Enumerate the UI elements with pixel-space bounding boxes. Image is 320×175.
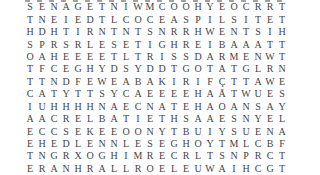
grid-cell[interactable]: H [48, 51, 60, 63]
grid-cell[interactable]: A [252, 38, 264, 50]
grid-cell[interactable]: T [132, 38, 144, 50]
grid-cell[interactable]: R [180, 38, 192, 50]
grid-cell[interactable]: H [108, 150, 120, 162]
grid-cell[interactable]: G [96, 150, 108, 162]
grid-cell[interactable]: S [252, 26, 264, 38]
grid-cell[interactable]: A [204, 88, 216, 100]
grid-cell[interactable]: N [108, 138, 120, 150]
grid-cell[interactable]: G [168, 138, 180, 150]
grid-cell[interactable]: F [36, 63, 48, 75]
grid-cell[interactable]: A [216, 163, 228, 175]
grid-cell[interactable]: L [252, 63, 264, 75]
grid-cell[interactable]: C [132, 101, 144, 113]
grid-cell[interactable]: C [120, 88, 132, 100]
grid-cell[interactable]: D [84, 13, 96, 25]
grid-cell[interactable]: I [60, 13, 72, 25]
grid-cell[interactable]: C [24, 88, 36, 100]
grid-cell[interactable]: I [204, 125, 216, 137]
grid-cell[interactable]: Y [60, 88, 72, 100]
grid-cell[interactable]: E [24, 125, 36, 137]
grid-cell[interactable]: D [144, 63, 156, 75]
grid-cell[interactable]: E [72, 51, 84, 63]
grid-cell[interactable]: U [36, 101, 48, 113]
grid-cell[interactable]: C [264, 150, 276, 162]
grid-cell[interactable]: L [216, 13, 228, 25]
grid-cell[interactable]: Y [132, 63, 144, 75]
grid-cell[interactable]: F [72, 76, 84, 88]
grid-cell[interactable]: S [180, 51, 192, 63]
grid-cell[interactable]: G [48, 150, 60, 162]
grid-cell[interactable]: L [276, 113, 288, 125]
grid-cell[interactable]: S [228, 125, 240, 137]
grid-cell[interactable]: T [24, 63, 36, 75]
grid-cell[interactable]: T [168, 63, 180, 75]
grid-cell[interactable]: T [24, 13, 36, 25]
grid-cell[interactable]: E [216, 26, 228, 38]
grid-cell[interactable]: T [120, 113, 132, 125]
grid-cell[interactable]: H [180, 138, 192, 150]
grid-cell[interactable]: R [60, 150, 72, 162]
grid-cell[interactable]: U [192, 125, 204, 137]
grid-cell[interactable]: Y [204, 138, 216, 150]
grid-cell[interactable]: E [180, 101, 192, 113]
grid-cell[interactable]: H [192, 88, 204, 100]
grid-cell[interactable]: E [84, 76, 96, 88]
grid-cell[interactable]: E [156, 163, 168, 175]
grid-cell[interactable]: B [216, 38, 228, 50]
grid-cell[interactable]: N [36, 13, 48, 25]
grid-cell[interactable]: E [120, 101, 132, 113]
grid-cell[interactable]: S [168, 51, 180, 63]
grid-cell[interactable]: T [216, 138, 228, 150]
grid-cell[interactable]: S [228, 13, 240, 25]
grid-cell[interactable]: N [276, 63, 288, 75]
grid-cell[interactable]: A [120, 76, 132, 88]
grid-cell[interactable]: R [132, 163, 144, 175]
grid-cell[interactable]: W [264, 76, 276, 88]
grid-cell[interactable]: U [192, 163, 204, 175]
grid-cell[interactable]: U [252, 88, 264, 100]
grid-cell[interactable]: Y [276, 101, 288, 113]
grid-cell[interactable]: O [144, 163, 156, 175]
grid-cell[interactable]: S [60, 38, 72, 50]
grid-cell[interactable]: A [48, 163, 60, 175]
grid-cell[interactable]: L [84, 113, 96, 125]
grid-cell[interactable]: W [204, 163, 216, 175]
grid-cell[interactable]: U [240, 125, 252, 137]
grid-cell[interactable]: G [156, 38, 168, 50]
grid-cell[interactable]: H [168, 113, 180, 125]
grid-cell[interactable]: Y [216, 125, 228, 137]
grid-cell[interactable]: N [48, 1, 60, 13]
grid-cell[interactable]: S [96, 88, 108, 100]
grid-cell[interactable]: N [228, 150, 240, 162]
grid-cell[interactable]: T [132, 26, 144, 38]
grid-cell[interactable]: W [96, 76, 108, 88]
grid-cell[interactable]: N [120, 26, 132, 38]
grid-cell[interactable]: E [144, 88, 156, 100]
grid-cell[interactable]: L [192, 150, 204, 162]
grid-cell[interactable]: I [144, 38, 156, 50]
grid-cell[interactable]: C [120, 13, 132, 25]
grid-cell[interactable]: N [240, 113, 252, 125]
grid-cell[interactable]: L [168, 163, 180, 175]
grid-cell[interactable]: O [24, 51, 36, 63]
grid-cell[interactable]: N [264, 125, 276, 137]
grid-cell[interactable]: E [84, 51, 96, 63]
grid-cell[interactable]: I [204, 38, 216, 50]
grid-cell[interactable]: R [84, 163, 96, 175]
grid-cell[interactable]: C [144, 13, 156, 25]
grid-cell[interactable]: E [240, 51, 252, 63]
grid-cell[interactable]: E [84, 138, 96, 150]
grid-cell[interactable]: R [36, 163, 48, 175]
grid-cell[interactable]: O [168, 1, 180, 13]
grid-cell[interactable]: C [252, 163, 264, 175]
grid-cell[interactable]: C [48, 63, 60, 75]
grid-cell[interactable]: E [156, 88, 168, 100]
grid-cell[interactable]: E [96, 38, 108, 50]
grid-cell[interactable]: T [252, 13, 264, 25]
grid-cell[interactable]: A [204, 113, 216, 125]
grid-cell[interactable]: E [24, 163, 36, 175]
grid-cell[interactable]: P [192, 13, 204, 25]
grid-cell[interactable]: E [60, 63, 72, 75]
grid-cell[interactable]: G [180, 63, 192, 75]
grid-cell[interactable]: I [120, 150, 132, 162]
grid-cell[interactable]: G [72, 63, 84, 75]
grid-cell[interactable]: T [276, 150, 288, 162]
grid-cell[interactable]: E [264, 13, 276, 25]
grid-cell[interactable]: L [108, 13, 120, 25]
grid-cell[interactable]: R [180, 150, 192, 162]
grid-cell[interactable]: O [120, 125, 132, 137]
grid-cell[interactable]: T [276, 13, 288, 25]
grid-cell[interactable]: S [276, 88, 288, 100]
grid-cell[interactable]: I [24, 101, 36, 113]
grid-cell[interactable]: A [144, 76, 156, 88]
grid-cell[interactable]: C [240, 1, 252, 13]
grid-cell[interactable]: T [84, 88, 96, 100]
grid-cell[interactable]: L [108, 163, 120, 175]
grid-cell[interactable]: C [48, 125, 60, 137]
grid-cell[interactable]: D [36, 26, 48, 38]
grid-cell[interactable]: P [240, 150, 252, 162]
grid-cell[interactable]: A [36, 88, 48, 100]
grid-cell[interactable]: T [240, 26, 252, 38]
grid-cell[interactable]: H [72, 101, 84, 113]
grid-cell[interactable]: N [252, 51, 264, 63]
grid-cell[interactable]: A [108, 101, 120, 113]
grid-cell[interactable]: B [264, 138, 276, 150]
grid-cell[interactable]: D [60, 138, 72, 150]
grid-cell[interactable]: R [144, 150, 156, 162]
grid-cell[interactable]: N [60, 163, 72, 175]
grid-cell[interactable]: Y [108, 88, 120, 100]
grid-cell[interactable]: I [204, 13, 216, 25]
grid-cell[interactable]: E [192, 38, 204, 50]
grid-cell[interactable]: T [228, 63, 240, 75]
grid-cell[interactable]: A [36, 113, 48, 125]
grid-cell[interactable]: T [108, 51, 120, 63]
grid-cell[interactable]: S [180, 13, 192, 25]
grid-cell[interactable]: T [96, 1, 108, 13]
grid-cell[interactable]: A [168, 13, 180, 25]
grid-cell[interactable]: C [252, 138, 264, 150]
grid-cell[interactable]: A [276, 125, 288, 137]
grid-cell[interactable]: N [228, 26, 240, 38]
grid-cell[interactable]: E [72, 125, 84, 137]
grid-cell[interactable]: H [168, 38, 180, 50]
grid-cell[interactable]: O [132, 125, 144, 137]
grid-cell[interactable]: A [252, 76, 264, 88]
grid-cell[interactable]: A [96, 163, 108, 175]
grid-cell[interactable]: M [228, 51, 240, 63]
grid-cell[interactable]: R [48, 38, 60, 50]
grid-cell[interactable]: Y [204, 1, 216, 13]
grid-cell[interactable]: A [24, 113, 36, 125]
grid-cell[interactable]: R [264, 1, 276, 13]
grid-cell[interactable]: T [24, 76, 36, 88]
grid-cell[interactable]: L [240, 138, 252, 150]
grid-cell[interactable]: L [120, 138, 132, 150]
grid-cell[interactable]: G [264, 163, 276, 175]
grid-cell[interactable]: T [60, 26, 72, 38]
grid-cell[interactable]: A [36, 51, 48, 63]
grid-cell[interactable]: N [48, 76, 60, 88]
grid-cell[interactable]: S [144, 138, 156, 150]
grid-cell[interactable]: C [48, 113, 60, 125]
grid-cell[interactable]: O [192, 138, 204, 150]
grid-cell[interactable]: R [252, 150, 264, 162]
grid-cell[interactable]: A [228, 38, 240, 50]
grid-cell[interactable]: I [192, 76, 204, 88]
grid-cell[interactable]: E [156, 150, 168, 162]
grid-cell[interactable]: I [240, 13, 252, 25]
grid-cell[interactable]: F [276, 138, 288, 150]
grid-cell[interactable]: D [108, 63, 120, 75]
grid-cell[interactable]: H [192, 101, 204, 113]
grid-cell[interactable]: E [36, 1, 48, 13]
grid-cell[interactable]: T [264, 38, 276, 50]
grid-cell[interactable]: N [144, 125, 156, 137]
grid-cell[interactable]: E [144, 113, 156, 125]
grid-cell[interactable]: H [276, 26, 288, 38]
grid-cell[interactable]: N [36, 150, 48, 162]
grid-cell[interactable]: R [144, 51, 156, 63]
grid-cell[interactable]: L [120, 51, 132, 63]
grid-cell[interactable]: B [180, 125, 192, 137]
grid-cell[interactable]: K [156, 76, 168, 88]
grid-cell[interactable]: A [204, 51, 216, 63]
grid-cell[interactable]: H [48, 101, 60, 113]
grid-cell[interactable]: A [108, 113, 120, 125]
grid-cell[interactable]: L [120, 163, 132, 175]
grid-cell[interactable]: E [264, 88, 276, 100]
grid-cell[interactable]: R [180, 26, 192, 38]
grid-cell[interactable]: O [132, 13, 144, 25]
grid-cell[interactable]: T [72, 88, 84, 100]
grid-cell[interactable]: R [252, 1, 264, 13]
grid-cell[interactable]: E [60, 51, 72, 63]
grid-cell[interactable]: H [48, 26, 60, 38]
grid-cell[interactable]: O [228, 1, 240, 13]
grid-cell[interactable]: E [156, 13, 168, 25]
grid-cell[interactable]: S [228, 113, 240, 125]
grid-cell[interactable]: A [60, 1, 72, 13]
grid-cell[interactable]: N [96, 26, 108, 38]
grid-cell[interactable]: T [228, 88, 240, 100]
grid-cell[interactable]: Y [96, 63, 108, 75]
grid-cell[interactable]: R [60, 113, 72, 125]
grid-cell[interactable]: D [60, 76, 72, 88]
grid-cell[interactable]: W [204, 26, 216, 38]
grid-cell[interactable]: N [240, 101, 252, 113]
grid-cell[interactable]: N [96, 101, 108, 113]
grid-cell[interactable]: I [264, 26, 276, 38]
grid-cell[interactable]: L [72, 138, 84, 150]
grid-cell[interactable]: I [168, 76, 180, 88]
grid-cell[interactable]: Ç [216, 76, 228, 88]
grid-cell[interactable]: I [228, 163, 240, 175]
grid-cell[interactable]: T [108, 26, 120, 38]
grid-cell[interactable]: N [156, 26, 168, 38]
grid-cell[interactable]: M [144, 1, 156, 13]
grid-cell[interactable]: L [84, 38, 96, 50]
grid-cell[interactable]: W [264, 51, 276, 63]
grid-cell[interactable]: Y [252, 113, 264, 125]
grid-cell[interactable]: T [204, 150, 216, 162]
grid-cell[interactable]: R [168, 26, 180, 38]
grid-cell[interactable]: B [96, 113, 108, 125]
grid-cell[interactable]: E [96, 51, 108, 63]
grid-cell[interactable]: S [24, 38, 36, 50]
grid-cell[interactable]: S [108, 38, 120, 50]
grid-cell[interactable]: T [276, 1, 288, 13]
grid-cell[interactable]: E [216, 113, 228, 125]
grid-cell[interactable]: E [84, 1, 96, 13]
grid-cell[interactable]: A [240, 38, 252, 50]
grid-cell[interactable]: A [264, 101, 276, 113]
grid-cell[interactable]: S [180, 113, 192, 125]
grid-cell[interactable]: E [180, 88, 192, 100]
grid-cell[interactable]: I [132, 113, 144, 125]
grid-cell[interactable]: F [204, 76, 216, 88]
grid-cell[interactable]: E [156, 138, 168, 150]
grid-cell[interactable]: E [108, 125, 120, 137]
grid-cell[interactable]: P [36, 38, 48, 50]
grid-cell[interactable]: H [192, 26, 204, 38]
grid-cell[interactable]: T [276, 38, 288, 50]
grid-cell[interactable]: D [192, 51, 204, 63]
grid-cell[interactable]: T [240, 76, 252, 88]
grid-cell[interactable]: R [72, 38, 84, 50]
grid-cell[interactable]: O [84, 150, 96, 162]
grid-cell[interactable]: R [264, 63, 276, 75]
grid-cell[interactable]: T [276, 163, 288, 175]
grid-cell[interactable]: S [252, 101, 264, 113]
grid-cell[interactable]: E [48, 138, 60, 150]
grid-cell[interactable]: W [240, 88, 252, 100]
grid-cell[interactable]: O [216, 101, 228, 113]
grid-cell[interactable]: E [72, 13, 84, 25]
grid-cell[interactable]: E [72, 113, 84, 125]
grid-cell[interactable]: A [192, 113, 204, 125]
grid-cell[interactable]: G [72, 1, 84, 13]
grid-cell[interactable]: T [276, 51, 288, 63]
grid-cell[interactable]: T [156, 113, 168, 125]
grid-cell[interactable]: B [132, 76, 144, 88]
grid-cell[interactable]: E [132, 138, 144, 150]
grid-cell[interactable]: C [36, 125, 48, 137]
grid-cell[interactable]: H [240, 163, 252, 175]
grid-cell[interactable]: E [48, 13, 60, 25]
grid-cell[interactable]: I [120, 1, 132, 13]
grid-cell[interactable]: H [36, 138, 48, 150]
grid-cell[interactable]: T [96, 13, 108, 25]
grid-cell[interactable]: H [60, 101, 72, 113]
grid-cell[interactable]: R [84, 26, 96, 38]
grid-cell[interactable]: G [240, 63, 252, 75]
grid-cell[interactable]: E [252, 125, 264, 137]
grid-cell[interactable]: O [180, 1, 192, 13]
grid-cell[interactable]: R [216, 51, 228, 63]
grid-cell[interactable]: N [108, 1, 120, 13]
grid-cell[interactable]: T [228, 76, 240, 88]
grid-cell[interactable]: E [108, 76, 120, 88]
grid-cell[interactable]: C [156, 1, 168, 13]
grid-cell[interactable]: E [168, 88, 180, 100]
grid-cell[interactable]: Ā [216, 88, 228, 100]
grid-cell[interactable]: I [72, 26, 84, 38]
grid-cell[interactable]: R [180, 76, 192, 88]
grid-cell[interactable]: A [216, 63, 228, 75]
grid-cell[interactable]: X [72, 150, 84, 162]
grid-cell[interactable]: N [96, 138, 108, 150]
grid-cell[interactable]: E [180, 163, 192, 175]
grid-cell[interactable]: T [48, 88, 60, 100]
grid-cell[interactable]: S [60, 125, 72, 137]
grid-cell[interactable]: N [144, 101, 156, 113]
grid-cell[interactable]: E [96, 125, 108, 137]
grid-cell[interactable]: D [156, 63, 168, 75]
grid-cell[interactable]: W [132, 1, 144, 13]
grid-cell[interactable]: T [168, 125, 180, 137]
grid-cell[interactable]: S [144, 26, 156, 38]
grid-cell[interactable]: T [36, 76, 48, 88]
grid-cell[interactable]: M [228, 138, 240, 150]
grid-cell[interactable]: T [24, 150, 36, 162]
grid-cell[interactable]: T [204, 63, 216, 75]
grid-cell[interactable]: A [132, 88, 144, 100]
grid-cell[interactable]: H [84, 101, 96, 113]
grid-cell[interactable]: A [156, 101, 168, 113]
grid-cell[interactable]: C [168, 150, 180, 162]
grid-cell[interactable]: K [84, 125, 96, 137]
grid-cell[interactable]: M [132, 150, 144, 162]
grid-cell[interactable]: E [120, 38, 132, 50]
grid-cell[interactable]: E [24, 138, 36, 150]
grid-cell[interactable]: A [228, 101, 240, 113]
grid-cell[interactable]: T [132, 51, 144, 63]
grid-cell[interactable]: I [156, 51, 168, 63]
grid-cell[interactable]: E [276, 76, 288, 88]
grid-cell[interactable]: O [192, 63, 204, 75]
grid-cell[interactable]: S [216, 150, 228, 162]
grid-cell[interactable]: A [204, 101, 216, 113]
grid-cell[interactable]: Y [156, 125, 168, 137]
grid-cell[interactable]: E [216, 1, 228, 13]
